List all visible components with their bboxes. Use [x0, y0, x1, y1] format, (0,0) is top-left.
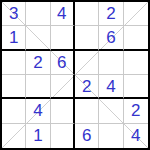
cell-r1c5[interactable]: 2: [99, 2, 123, 26]
cell-r4c2[interactable]: [26, 75, 50, 99]
cell-r6c4[interactable]: 6: [75, 124, 99, 148]
cell-r4c3[interactable]: [51, 75, 75, 99]
given-digit: 2: [131, 102, 140, 119]
given-digit: 1: [33, 127, 42, 144]
cell-r2c3[interactable]: [51, 26, 75, 50]
sudoku-board: 34216262442164: [0, 0, 150, 150]
given-digit: 4: [33, 102, 42, 119]
given-digit: 6: [57, 54, 66, 71]
cell-r1c3[interactable]: 4: [51, 2, 75, 26]
cell-r2c1[interactable]: 1: [2, 26, 26, 50]
cell-r4c6[interactable]: [124, 75, 148, 99]
cell-r1c2[interactable]: [26, 2, 50, 26]
cell-r6c3[interactable]: [51, 124, 75, 148]
cell-r3c2[interactable]: 2: [26, 51, 50, 75]
cell-r5c3[interactable]: [51, 99, 75, 123]
cell-r2c4[interactable]: [75, 26, 99, 50]
cell-r1c6[interactable]: [124, 2, 148, 26]
given-digit: 6: [82, 127, 91, 144]
cell-r4c1[interactable]: [2, 75, 26, 99]
cell-r2c5[interactable]: 6: [99, 26, 123, 50]
cell-r1c1[interactable]: 3: [2, 2, 26, 26]
cell-r2c6[interactable]: [124, 26, 148, 50]
cell-r5c5[interactable]: [99, 99, 123, 123]
given-digit: 1: [9, 29, 18, 46]
cell-r1c4[interactable]: [75, 2, 99, 26]
cell-r3c3[interactable]: 6: [51, 51, 75, 75]
cell-r5c1[interactable]: [2, 99, 26, 123]
given-digit: 6: [106, 29, 115, 46]
given-digit: 4: [131, 127, 140, 144]
sudoku-grid: 34216262442164: [2, 2, 148, 148]
cell-r3c6[interactable]: [124, 51, 148, 75]
cell-r5c4[interactable]: [75, 99, 99, 123]
cell-r6c2[interactable]: 1: [26, 124, 50, 148]
cell-r3c4[interactable]: [75, 51, 99, 75]
given-digit: 2: [106, 5, 115, 22]
cell-r6c6[interactable]: 4: [124, 124, 148, 148]
given-digit: 3: [9, 5, 18, 22]
cell-r3c1[interactable]: [2, 51, 26, 75]
given-digit: 2: [33, 54, 42, 71]
cell-r5c6[interactable]: 2: [124, 99, 148, 123]
cell-r6c5[interactable]: [99, 124, 123, 148]
cell-r4c5[interactable]: 4: [99, 75, 123, 99]
cell-r5c2[interactable]: 4: [26, 99, 50, 123]
given-digit: 4: [106, 78, 115, 95]
given-digit: 2: [82, 78, 91, 95]
cell-r3c5[interactable]: [99, 51, 123, 75]
cell-r6c1[interactable]: [2, 124, 26, 148]
cell-r4c4[interactable]: 2: [75, 75, 99, 99]
cell-r2c2[interactable]: [26, 26, 50, 50]
given-digit: 4: [57, 5, 66, 22]
